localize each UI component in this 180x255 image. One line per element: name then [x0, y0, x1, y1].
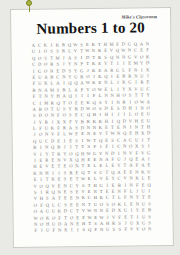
worksheet-page: Mike's Classroom Numbers 1 to 20 ACKIKRQ…: [10, 7, 174, 248]
pushpin-stem: [29, 5, 30, 12]
word-grid: ACKIKRQWSEKTHMFDGQANUIOSSRLVTWNREVQWNCEF…: [30, 41, 152, 234]
grid-cell: N: [147, 227, 153, 233]
screenshot-canvas: Mike's Classroom Numbers 1 to 20 ACKIKRQ…: [0, 0, 180, 255]
pushpin-icon: [26, 0, 33, 13]
page-title: Numbers 1 to 20: [11, 19, 170, 38]
